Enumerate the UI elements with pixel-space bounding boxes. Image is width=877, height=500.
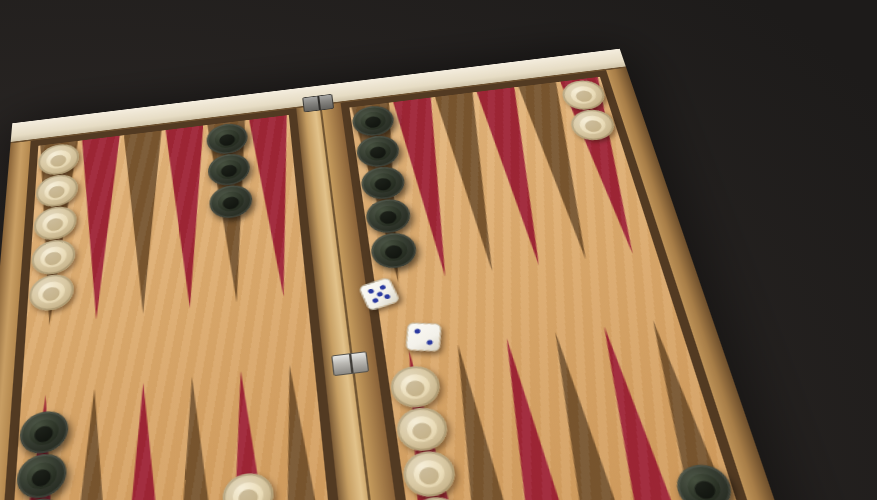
point-15-triangle: [122, 131, 164, 317]
white-checker-point-13[interactable]: ●: [33, 204, 77, 242]
die-2-showing-2[interactable]: [405, 323, 441, 352]
die-pip: [367, 288, 374, 294]
die-pip: [371, 298, 378, 304]
point-12[interactable]: ●●●●●: [4, 357, 71, 500]
black-checker-point-17[interactable]: ●: [209, 183, 253, 220]
white-checker-point-6[interactable]: ●: [394, 405, 450, 454]
white-checker-point-24[interactable]: ●: [559, 78, 609, 112]
board-left-half: ●●●●●●●● ●●●●●●●●: [0, 108, 351, 500]
point-16-triangle: [166, 125, 211, 310]
point-11-triangle: [63, 386, 117, 500]
die-pip: [384, 293, 391, 299]
die-pip: [375, 291, 382, 297]
point-17-stack: ●●●: [206, 122, 253, 221]
black-checker-point-19[interactable]: ●: [350, 104, 395, 138]
board-case: ●●●●●●●● ●●●●●●●● ●●●●●●● ●●●●●●●: [0, 49, 814, 500]
white-checker-point-13[interactable]: ●: [35, 173, 78, 209]
hinge-top: [302, 94, 334, 113]
white-checker-point-8[interactable]: ●: [222, 471, 275, 500]
hinge-middle: [331, 351, 369, 376]
point-10-triangle: [119, 380, 169, 500]
black-checker-point-19[interactable]: ●: [364, 197, 413, 235]
point-14[interactable]: [71, 135, 121, 356]
die-pip: [427, 340, 433, 345]
white-checker-point-13[interactable]: ●: [28, 272, 74, 313]
black-checker-point-19[interactable]: ●: [355, 134, 401, 169]
points-row-left-top: ●●●●●●●●: [24, 115, 311, 362]
point-15[interactable]: [119, 130, 167, 350]
black-checker-point-12[interactable]: ●: [15, 451, 67, 500]
board-right-half: ●●●●●●● ●●●●●●●: [341, 70, 770, 500]
black-checker-point-19[interactable]: ●: [359, 165, 407, 202]
point-13-stack: ●●●●●: [28, 142, 80, 313]
black-checker-point-12[interactable]: ●: [18, 409, 68, 456]
points-row-right-top: ●●●●●●●: [349, 77, 666, 319]
black-checker-point-1[interactable]: ●: [672, 462, 738, 500]
point-10[interactable]: [116, 345, 172, 500]
white-checker-point-13[interactable]: ●: [37, 142, 79, 177]
left-field: ●●●●●●●● ●●●●●●●●: [4, 115, 339, 500]
die-pip: [379, 283, 386, 289]
black-checker-point-19[interactable]: ●: [369, 231, 419, 271]
playing-area: ●●●●●●●● ●●●●●●●● ●●●●●●● ●●●●●●●: [0, 68, 797, 500]
point-12-stack: ●●●●●: [5, 409, 68, 500]
die-pip: [414, 329, 420, 334]
black-checker-point-17[interactable]: ●: [207, 152, 250, 188]
white-checker-point-6[interactable]: ●: [400, 449, 458, 500]
scene-background: ●●●●●●●● ●●●●●●●● ●●●●●●● ●●●●●●●: [0, 0, 877, 500]
point-18-triangle: [249, 115, 305, 299]
white-checker-point-6[interactable]: ●: [388, 364, 443, 410]
white-checker-point-13[interactable]: ●: [30, 238, 75, 277]
backgammon-board: ●●●●●●●● ●●●●●●●● ●●●●●●● ●●●●●●●: [0, 49, 814, 500]
white-checker-point-24[interactable]: ●: [568, 107, 619, 142]
point-14-triangle: [75, 136, 120, 323]
black-checker-point-17[interactable]: ●: [206, 122, 249, 156]
